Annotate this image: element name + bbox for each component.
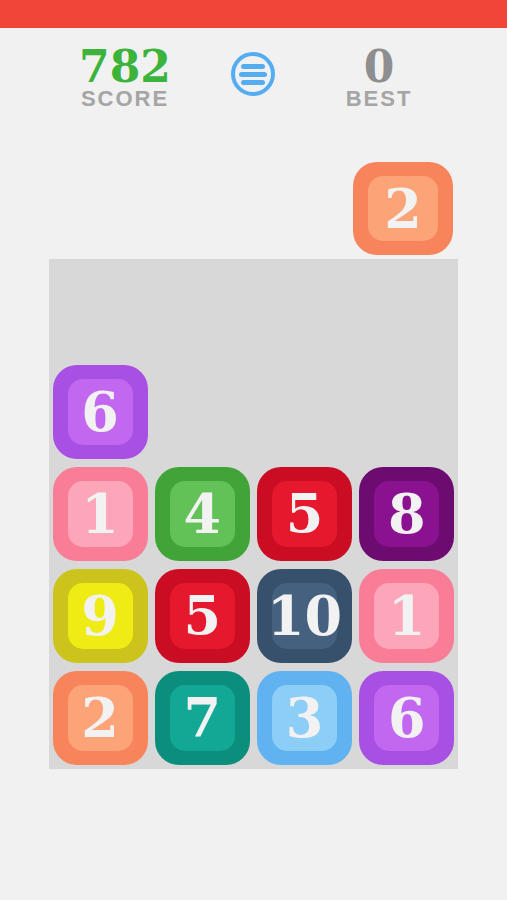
hamburger-menu-icon [239,72,267,77]
board-tile-9[interactable]: 9 [53,569,148,663]
tile-number: 5 [155,569,250,663]
timer-bar [0,0,507,28]
board-tile-8[interactable]: 8 [359,467,454,561]
tile-number: 2 [353,162,453,255]
menu-button[interactable] [231,52,275,96]
best-label: BEST [314,88,444,110]
score-label: SCORE [60,88,190,110]
tile-number: 1 [53,467,148,561]
tile-number: 2 [53,671,148,765]
board-tile-3[interactable]: 3 [257,671,352,765]
board-tile-7[interactable]: 7 [155,671,250,765]
tile-number: 1 [359,569,454,663]
tile-number: 10 [257,569,352,663]
board-tile-4[interactable]: 4 [155,467,250,561]
tile-number: 3 [257,671,352,765]
board-tile-1[interactable]: 1 [359,569,454,663]
hamburger-menu-icon [241,80,265,85]
board-tile-5[interactable]: 5 [257,467,352,561]
board-tile-10[interactable]: 10 [257,569,352,663]
tile-number: 6 [359,671,454,765]
tile-number: 5 [257,467,352,561]
tile-number: 9 [53,569,148,663]
falling-tile: 2 [353,162,453,255]
tile-number: 4 [155,467,250,561]
board-tile-5[interactable]: 5 [155,569,250,663]
tile-number: 7 [155,671,250,765]
hamburger-menu-icon [241,64,265,69]
best-value: 0 [314,47,444,87]
board-tile-2[interactable]: 2 [53,671,148,765]
board-tile-1[interactable]: 1 [53,467,148,561]
tile-number: 8 [359,467,454,561]
tile-number: 6 [53,365,148,459]
board-tile-6[interactable]: 6 [53,365,148,459]
board[interactable]: 61458951012736 [49,259,458,769]
score-value: 782 [60,47,190,87]
board-tile-6[interactable]: 6 [359,671,454,765]
